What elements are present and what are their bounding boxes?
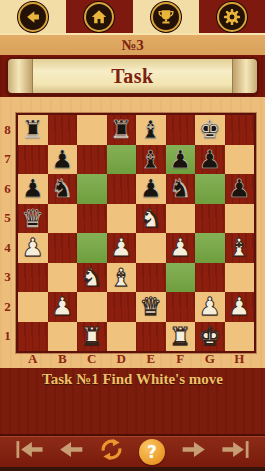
- scroll-right-roll: [233, 59, 257, 93]
- rank-label-7: 7: [0, 145, 15, 175]
- first-button[interactable]: [16, 441, 44, 462]
- scroll-banner: Task: [6, 57, 259, 95]
- black-pawn-e6: ♟: [140, 174, 162, 204]
- square-f8[interactable]: [166, 115, 196, 145]
- white-pawn-h2: ♟: [228, 292, 250, 322]
- white-bishop-h4: ♝: [228, 233, 250, 263]
- square-a4[interactable]: ♟: [18, 233, 48, 263]
- square-a2[interactable]: [18, 292, 48, 322]
- square-h8[interactable]: [225, 115, 255, 145]
- rank-label-8: 8: [0, 115, 15, 145]
- rank-label-5: 5: [0, 204, 15, 234]
- black-queen-a5: ♛: [22, 204, 44, 234]
- rank-label-2: 2: [0, 292, 15, 322]
- restart-button[interactable]: [100, 438, 123, 465]
- square-g7[interactable]: ♟: [195, 145, 225, 175]
- bottom-nav-bar: ?: [0, 434, 265, 471]
- hint-button[interactable]: ?: [139, 439, 165, 465]
- square-a3[interactable]: [18, 263, 48, 293]
- topbar-slot-back: [0, 0, 66, 33]
- square-c1[interactable]: ♜: [77, 322, 107, 352]
- question-icon: ?: [139, 439, 165, 465]
- square-e8[interactable]: ♝: [136, 115, 166, 145]
- square-h6[interactable]: ♟: [225, 174, 255, 204]
- rank-label-1: 1: [0, 322, 15, 352]
- file-label-b: B: [48, 351, 78, 367]
- file-label-e: E: [136, 351, 166, 367]
- square-g4[interactable]: [195, 233, 225, 263]
- square-h7[interactable]: [225, 145, 255, 175]
- settings-button[interactable]: [217, 2, 247, 32]
- trophy-button[interactable]: [151, 2, 181, 32]
- white-pawn-d4: ♟: [110, 233, 132, 263]
- file-label-f: F: [166, 351, 196, 367]
- scroll-middle: Task: [32, 59, 233, 93]
- black-pawn-f7: ♟: [169, 145, 191, 175]
- refresh-icon: [100, 438, 123, 465]
- black-knight-f6: ♞: [169, 174, 191, 204]
- square-h1[interactable]: [225, 322, 255, 352]
- white-rook-c1: ♜: [81, 322, 103, 352]
- square-f6[interactable]: ♞: [166, 174, 196, 204]
- square-f3[interactable]: [166, 263, 196, 293]
- arrow-left-icon: [59, 441, 84, 462]
- square-b4[interactable]: [48, 233, 78, 263]
- square-d8[interactable]: ♜: [107, 115, 137, 145]
- black-bishop-e7: ♝: [140, 145, 162, 175]
- square-c7[interactable]: [77, 145, 107, 175]
- white-queen-e2: ♛: [140, 292, 162, 322]
- arrow-right-icon: [181, 441, 206, 462]
- black-king-g8: ♚: [199, 115, 221, 145]
- square-a6[interactable]: ♟: [18, 174, 48, 204]
- black-knight-b6: ♞: [51, 174, 73, 204]
- square-e2[interactable]: ♛: [136, 292, 166, 322]
- square-e6[interactable]: ♟: [136, 174, 166, 204]
- square-c4[interactable]: [77, 233, 107, 263]
- square-a7[interactable]: [18, 145, 48, 175]
- black-pawn-a6: ♟: [22, 174, 44, 204]
- square-h3[interactable]: [225, 263, 255, 293]
- black-pawn-h6: ♟: [228, 174, 250, 204]
- square-c2[interactable]: [77, 292, 107, 322]
- rank-label-4: 4: [0, 233, 15, 263]
- bottom-panel: Task №1 Find White's move: [0, 368, 265, 471]
- square-f5[interactable]: [166, 204, 196, 234]
- square-d4[interactable]: ♟: [107, 233, 137, 263]
- task-status-text: Task №1 Find White's move: [0, 368, 265, 388]
- gear-icon: [223, 8, 241, 26]
- square-b7[interactable]: ♟: [48, 145, 78, 175]
- square-a5[interactable]: ♛: [18, 204, 48, 234]
- topbar-slot-home: [66, 0, 132, 33]
- square-c3[interactable]: ♞: [77, 263, 107, 293]
- square-d6[interactable]: [107, 174, 137, 204]
- square-g6[interactable]: [195, 174, 225, 204]
- square-g1[interactable]: ♚: [195, 322, 225, 352]
- file-labels: ABCDEFGH: [18, 351, 254, 367]
- square-h4[interactable]: ♝: [225, 233, 255, 263]
- square-g8[interactable]: ♚: [195, 115, 225, 145]
- puzzle-number: №3: [0, 33, 265, 55]
- file-label-g: G: [195, 351, 225, 367]
- square-f1[interactable]: ♜: [166, 322, 196, 352]
- square-c8[interactable]: [77, 115, 107, 145]
- file-label-c: C: [77, 351, 107, 367]
- square-e4[interactable]: [136, 233, 166, 263]
- white-rook-f1: ♜: [169, 322, 191, 352]
- trophy-icon: [157, 8, 175, 26]
- top-toolbar: [0, 0, 265, 33]
- file-label-d: D: [107, 351, 137, 367]
- next-button[interactable]: [181, 441, 206, 462]
- file-label-a: A: [18, 351, 48, 367]
- square-g5[interactable]: [195, 204, 225, 234]
- banner-band: Task: [0, 55, 265, 97]
- back-button[interactable]: [18, 2, 48, 32]
- black-pawn-b7: ♟: [51, 145, 73, 175]
- square-g3[interactable]: [195, 263, 225, 293]
- previous-button[interactable]: [59, 441, 84, 462]
- square-c5[interactable]: [77, 204, 107, 234]
- skip-end-icon: [221, 441, 249, 462]
- back-arrow-icon: [24, 8, 42, 26]
- square-f4[interactable]: ♟: [166, 233, 196, 263]
- white-pawn-g2: ♟: [199, 292, 221, 322]
- square-e7[interactable]: ♝: [136, 145, 166, 175]
- square-a8[interactable]: ♜: [18, 115, 48, 145]
- home-button[interactable]: [84, 2, 114, 32]
- square-e3[interactable]: [136, 263, 166, 293]
- rank-label-6: 6: [0, 174, 15, 204]
- square-b5[interactable]: [48, 204, 78, 234]
- square-b3[interactable]: [48, 263, 78, 293]
- black-rook-a8: ♜: [22, 115, 44, 145]
- scroll-left-roll: [8, 59, 32, 93]
- square-e5[interactable]: ♞: [136, 204, 166, 234]
- chess-board: ♜♜♝♚♟♝♟♟♟♞♟♞♟♛♞♟♟♟♝♞♝♟♛♟♟♜♜♚: [16, 113, 256, 353]
- square-f2[interactable]: [166, 292, 196, 322]
- white-pawn-a4: ♟: [22, 233, 44, 263]
- square-b2[interactable]: ♟: [48, 292, 78, 322]
- banner-title: Task: [111, 65, 153, 88]
- white-pawn-b2: ♟: [51, 292, 73, 322]
- black-pawn-g7: ♟: [199, 145, 221, 175]
- square-e1[interactable]: [136, 322, 166, 352]
- square-d2[interactable]: [107, 292, 137, 322]
- file-label-h: H: [225, 351, 255, 367]
- last-button[interactable]: [221, 441, 249, 462]
- white-knight-c3: ♞: [81, 263, 103, 293]
- white-pawn-f4: ♟: [169, 233, 191, 263]
- square-b1[interactable]: [48, 322, 78, 352]
- square-b6[interactable]: ♞: [48, 174, 78, 204]
- black-bishop-e8: ♝: [140, 115, 162, 145]
- square-b8[interactable]: [48, 115, 78, 145]
- skip-start-icon: [16, 441, 44, 462]
- square-g2[interactable]: ♟: [195, 292, 225, 322]
- home-icon: [90, 8, 108, 26]
- square-h5[interactable]: [225, 204, 255, 234]
- white-knight-e5: ♞: [140, 204, 162, 234]
- square-d3[interactable]: ♝: [107, 263, 137, 293]
- square-a1[interactable]: [18, 322, 48, 352]
- square-d5[interactable]: [107, 204, 137, 234]
- square-d1[interactable]: [107, 322, 137, 352]
- black-rook-d8: ♜: [110, 115, 132, 145]
- chess-puzzle-app: №3 Task 87654321 ♜♜♝♚♟♝♟♟♟♞♟♞♟♛♞♟♟♟♝♞♝♟♛…: [0, 0, 265, 471]
- board-area: 87654321 ♜♜♝♚♟♝♟♟♟♞♟♞♟♛♞♟♟♟♝♞♝♟♛♟♟♜♜♚ AB…: [0, 97, 265, 368]
- rank-labels: 87654321: [0, 115, 15, 351]
- square-c6[interactable]: [77, 174, 107, 204]
- square-h2[interactable]: ♟: [225, 292, 255, 322]
- white-bishop-d3: ♝: [110, 263, 132, 293]
- topbar-slot-settings: [199, 0, 265, 33]
- topbar-slot-trophy: [133, 0, 199, 33]
- square-d7[interactable]: [107, 145, 137, 175]
- square-f7[interactable]: ♟: [166, 145, 196, 175]
- white-king-g1: ♚: [199, 322, 221, 352]
- rank-label-3: 3: [0, 263, 15, 293]
